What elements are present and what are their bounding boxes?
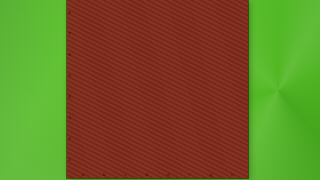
board-grid [72,2,243,171]
file-label-c: c [115,171,136,178]
file-label-a: a [72,171,93,178]
file-label-b: b [93,171,114,178]
file-label-f: f [179,171,200,178]
file-label-e: e [158,171,179,178]
file-labels: abcdefgh [72,171,243,178]
file-label-h: h [222,171,243,178]
file-label-d: d [136,171,157,178]
app-background: 87654321 abcdefgh [0,0,320,180]
chessboard: 87654321 abcdefgh [67,0,248,178]
file-label-g: g [200,171,221,178]
